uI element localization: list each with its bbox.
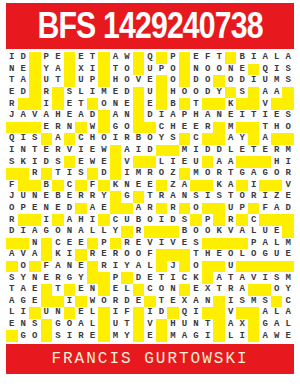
grid-cell: Y xyxy=(213,87,225,99)
grid-cell: D xyxy=(144,145,156,157)
grid-cell: S xyxy=(282,64,294,76)
grid-cell: R xyxy=(75,330,87,342)
grid-cell: A xyxy=(133,261,145,273)
grid-cell: T xyxy=(259,122,271,134)
grid-cell: Y xyxy=(121,261,133,273)
grid-cell-blocked xyxy=(248,64,260,76)
grid-cell: I xyxy=(144,307,156,319)
grid-cell-blocked xyxy=(179,52,191,64)
grid-cell-blocked xyxy=(179,168,191,180)
grid-cell-blocked xyxy=(179,203,191,215)
grid-cell-blocked xyxy=(87,98,99,110)
grid-cell: X xyxy=(75,64,87,76)
grid-cell: A xyxy=(259,133,271,145)
grid-cell: R xyxy=(121,133,133,145)
grid-cell: U xyxy=(41,75,53,87)
grid-cell-blocked xyxy=(75,249,87,261)
grid-cell: I xyxy=(202,330,214,342)
grid-cell: S xyxy=(259,296,271,308)
grid-cell: E xyxy=(52,203,64,215)
grid-cell-blocked xyxy=(248,261,260,273)
grid-cell: E xyxy=(110,284,122,296)
grid-cell-blocked xyxy=(98,110,110,122)
grid-cell: D xyxy=(6,226,18,238)
grid-cell-blocked xyxy=(6,168,18,180)
grid-cell: O xyxy=(18,261,30,273)
grid-cell: I xyxy=(133,145,145,157)
grid-cell: E xyxy=(98,203,110,215)
grid-cell: A xyxy=(225,180,237,192)
grid-cell: C xyxy=(248,214,260,226)
grid-cell: E xyxy=(282,191,294,203)
grid-cell: E xyxy=(98,249,110,261)
grid-cell: X xyxy=(179,296,191,308)
grid-cell-blocked xyxy=(156,330,168,342)
grid-cell: P xyxy=(179,110,191,122)
grid-cell: E xyxy=(133,296,145,308)
grid-cell: A xyxy=(179,330,191,342)
grid-cell-blocked xyxy=(213,203,225,215)
grid-cell-blocked xyxy=(52,98,64,110)
grid-cell: U xyxy=(144,64,156,76)
grid-cell-blocked xyxy=(133,110,145,122)
grid-cell: O xyxy=(213,64,225,76)
grid-cell: S xyxy=(64,87,76,99)
grid-cell-blocked xyxy=(202,238,214,250)
grid-cell-blocked xyxy=(6,261,18,273)
grid-cell-blocked xyxy=(98,284,110,296)
grid-cell-blocked xyxy=(18,122,30,134)
grid-cell-blocked xyxy=(29,52,41,64)
grid-cell: O xyxy=(121,64,133,76)
grid-cell-blocked xyxy=(133,191,145,203)
grid-cell-blocked xyxy=(133,307,145,319)
grid-cell: O xyxy=(98,133,110,145)
grid-cell: T xyxy=(225,168,237,180)
grid-cell: O xyxy=(190,203,202,215)
grid-cell: F xyxy=(87,180,99,192)
grid-cell: N xyxy=(18,319,30,331)
grid-cell: E xyxy=(41,122,53,134)
grid-cell: A xyxy=(75,319,87,331)
grid-cell-blocked xyxy=(133,87,145,99)
grid-cell: L xyxy=(236,249,248,261)
grid-cell-blocked xyxy=(29,98,41,110)
grid-cell: J xyxy=(6,110,18,122)
grid-cell: S xyxy=(52,156,64,168)
grid-cell: A xyxy=(75,226,87,238)
grid-cell: Y xyxy=(282,284,294,296)
grid-cell: I xyxy=(225,296,237,308)
grid-cell: H xyxy=(167,87,179,99)
grid-cell: A xyxy=(167,110,179,122)
grid-cell: T xyxy=(156,296,168,308)
grid-cell: E xyxy=(87,330,99,342)
grid-cell: E xyxy=(213,249,225,261)
grid-cell: E xyxy=(282,249,294,261)
grid-cell-blocked xyxy=(133,122,145,134)
grid-cell-blocked xyxy=(98,180,110,192)
grid-cell: E xyxy=(144,272,156,284)
grid-cell: L xyxy=(271,52,283,64)
grid-cell: S xyxy=(75,168,87,180)
grid-cell: R xyxy=(110,249,122,261)
grid-cell-blocked xyxy=(282,261,294,273)
grid-cell-blocked xyxy=(236,214,248,226)
grid-cell: E xyxy=(87,145,99,157)
grid-cell: D xyxy=(167,214,179,226)
grid-cell: O xyxy=(156,284,168,296)
grid-cell: A xyxy=(6,249,18,261)
grid-cell-blocked xyxy=(75,122,87,134)
grid-cell-blocked xyxy=(64,307,76,319)
grid-cell: O xyxy=(190,87,202,99)
grid-cell-blocked xyxy=(133,64,145,76)
grid-cell: O xyxy=(144,214,156,226)
grid-cell: D xyxy=(190,75,202,87)
grid-cell-blocked xyxy=(236,261,248,273)
grid-cell: V xyxy=(133,75,145,87)
grid-cell: C xyxy=(179,272,191,284)
grid-cell: I xyxy=(248,52,260,64)
grid-cell: G xyxy=(18,296,30,308)
grid-cell: S xyxy=(6,272,18,284)
grid-cell: T xyxy=(156,272,168,284)
grid-cell-blocked xyxy=(156,261,168,273)
grid-cell: S xyxy=(282,75,294,87)
grid-cell: E xyxy=(190,284,202,296)
grid-cell: O xyxy=(121,75,133,87)
grid-cell-blocked xyxy=(248,87,260,99)
grid-cell: D xyxy=(213,145,225,157)
grid-cell: Y xyxy=(98,191,110,203)
grid-cell-blocked xyxy=(213,261,225,273)
grid-cell: I xyxy=(6,145,18,157)
grid-cell-blocked xyxy=(98,330,110,342)
grid-cell: D xyxy=(64,203,76,215)
grid-cell: A xyxy=(6,296,18,308)
book-cover: BFS 1429240738 IDPEETAWQPEFTBIALANEYAXIT… xyxy=(0,0,300,388)
grid-cell: L xyxy=(271,238,283,250)
grid-cell: V xyxy=(282,180,294,192)
grid-cell-blocked xyxy=(179,98,191,110)
grid-cell: A xyxy=(29,226,41,238)
grid-cell: E xyxy=(64,98,76,110)
grid-cell: L xyxy=(144,261,156,273)
grid-cell: Q xyxy=(179,307,191,319)
grid-cell: A xyxy=(271,87,283,99)
grid-cell: D xyxy=(133,272,145,284)
grid-cell: R xyxy=(110,296,122,308)
grid-cell: U xyxy=(225,261,237,273)
grid-cell: E xyxy=(144,180,156,192)
grid-cell: O xyxy=(190,226,202,238)
grid-cell-blocked xyxy=(110,203,122,215)
grid-cell-blocked xyxy=(41,249,53,261)
grid-cell-blocked xyxy=(156,226,168,238)
grid-cell: I xyxy=(282,156,294,168)
grid-cell: M xyxy=(225,122,237,134)
grid-cell: X xyxy=(236,319,248,331)
grid-cell-blocked xyxy=(179,284,191,296)
grid-cell: U xyxy=(271,249,283,261)
grid-cell: R xyxy=(156,191,168,203)
grid-cell-blocked xyxy=(98,272,110,284)
grid-cell: O xyxy=(271,168,283,180)
grid-cell: U xyxy=(75,75,87,87)
grid-cell: D xyxy=(156,307,168,319)
grid-cell: E xyxy=(236,145,248,157)
grid-cell-blocked xyxy=(98,307,110,319)
grid-cell: N xyxy=(41,203,53,215)
grid-cell: I xyxy=(64,296,76,308)
grid-cell: W xyxy=(271,330,283,342)
grid-cell-blocked xyxy=(98,75,110,87)
grid-cell: V xyxy=(144,238,156,250)
grid-cell: O xyxy=(225,75,237,87)
grid-cell-blocked xyxy=(133,319,145,331)
grid-cell-blocked xyxy=(167,226,179,238)
grid-cell-blocked xyxy=(75,296,87,308)
grid-cell: U xyxy=(190,156,202,168)
grid-cell: H xyxy=(110,75,122,87)
grid-cell: I xyxy=(75,145,87,157)
grid-cell-blocked xyxy=(144,122,156,134)
grid-cell: I xyxy=(64,330,76,342)
grid-cell: A xyxy=(133,203,145,215)
grid-cell: O xyxy=(282,122,294,134)
grid-cell-blocked xyxy=(271,98,283,110)
grid-cell: A xyxy=(64,214,76,226)
grid-cell: O xyxy=(133,249,145,261)
grid-cell-blocked xyxy=(248,133,260,145)
grid-cell: V xyxy=(225,307,237,319)
grid-cell: T xyxy=(225,191,237,203)
grid-cell: E xyxy=(18,64,30,76)
grid-cell: A xyxy=(259,87,271,99)
grid-cell: R xyxy=(98,261,110,273)
grid-cell-blocked xyxy=(213,214,225,226)
grid-cell-blocked xyxy=(179,64,191,76)
grid-cell: A xyxy=(18,75,30,87)
grid-cell: E xyxy=(75,156,87,168)
grid-cell: B xyxy=(52,191,64,203)
grid-cell-blocked xyxy=(213,330,225,342)
grid-cell: A xyxy=(190,296,202,308)
grid-cell-blocked xyxy=(202,203,214,215)
grid-cell: A xyxy=(213,272,225,284)
grid-cell: M xyxy=(282,238,294,250)
grid-cell-blocked xyxy=(282,133,294,145)
grid-cell-blocked xyxy=(156,87,168,99)
grid-cell: G xyxy=(52,319,64,331)
grid-cell-blocked xyxy=(202,133,214,145)
grid-cell: R xyxy=(52,272,64,284)
grid-cell-blocked xyxy=(18,238,30,250)
grid-cell-blocked xyxy=(156,249,168,261)
grid-cell: R xyxy=(87,191,99,203)
grid-cell-blocked xyxy=(248,307,260,319)
grid-cell-blocked xyxy=(271,214,283,226)
grid-cell: S xyxy=(236,296,248,308)
grid-cell: V xyxy=(144,319,156,331)
grid-cell: A xyxy=(167,191,179,203)
grid-cell-blocked xyxy=(41,133,53,145)
grid-cell-blocked xyxy=(156,98,168,110)
grid-cell-blocked xyxy=(144,226,156,238)
grid-cell: Z xyxy=(271,191,283,203)
grid-cell: T xyxy=(87,52,99,64)
puzzle-grid: IDPEETAWQPEFTBIALANEYAXITOUPONOONEQISTAU… xyxy=(6,52,294,342)
grid-cell: R xyxy=(271,145,283,157)
grid-cell: A xyxy=(29,249,41,261)
grid-cell: K xyxy=(190,272,202,284)
grid-cell: O xyxy=(167,75,179,87)
grid-cell: D xyxy=(121,87,133,99)
grid-cell: I xyxy=(121,168,133,180)
grid-cell: Y xyxy=(18,272,30,284)
grid-cell: R xyxy=(282,168,294,180)
grid-cell: R xyxy=(52,145,64,157)
grid-cell: M xyxy=(110,330,122,342)
grid-cell: L xyxy=(271,307,283,319)
grid-cell-blocked xyxy=(236,98,248,110)
grid-cell-blocked xyxy=(167,307,179,319)
grid-cell: A xyxy=(236,284,248,296)
grid-cell: I xyxy=(248,180,260,192)
grid-cell: E xyxy=(75,52,87,64)
grid-cell: Q xyxy=(6,133,18,145)
grid-cell: R xyxy=(225,214,237,226)
grid-cell: E xyxy=(29,203,41,215)
grid-cell: M xyxy=(167,330,179,342)
grid-cell: E xyxy=(144,330,156,342)
grid-cell: L xyxy=(225,145,237,157)
grid-cell: A xyxy=(110,52,122,64)
grid-cell-blocked xyxy=(236,122,248,134)
grid-cell: S xyxy=(236,87,248,99)
grid-cell: R xyxy=(133,226,145,238)
grid-cell: E xyxy=(98,156,110,168)
grid-cell: G xyxy=(121,191,133,203)
grid-cell: S xyxy=(29,319,41,331)
grid-cell: F xyxy=(6,180,18,192)
grid-cell: O xyxy=(121,122,133,134)
grid-cell: E xyxy=(225,110,237,122)
grid-cell: I xyxy=(18,307,30,319)
grid-cell: N xyxy=(18,145,30,157)
grid-cell-blocked xyxy=(52,87,64,99)
grid-cell-blocked xyxy=(87,261,99,273)
grid-cell-blocked xyxy=(87,272,99,284)
grid-cell: P xyxy=(156,64,168,76)
grid-cell-blocked xyxy=(282,87,294,99)
grid-cell-blocked xyxy=(98,319,110,331)
grid-cell-blocked xyxy=(18,180,30,192)
grid-cell: P xyxy=(110,272,122,284)
grid-cell: O xyxy=(144,133,156,145)
grid-cell-blocked xyxy=(271,180,283,192)
grid-cell: D xyxy=(144,110,156,122)
grid-cell: N xyxy=(29,238,41,250)
grid-cell-blocked xyxy=(41,319,53,331)
grid-cell: O xyxy=(202,168,214,180)
grid-cell: O xyxy=(202,64,214,76)
grid-cell-blocked xyxy=(41,284,53,296)
grid-cell: I xyxy=(87,214,99,226)
grid-cell: U xyxy=(259,226,271,238)
grid-cell: K xyxy=(213,226,225,238)
grid-cell: O xyxy=(6,203,18,215)
grid-cell-blocked xyxy=(202,156,214,168)
grid-cell: I xyxy=(110,307,122,319)
grid-cell: A xyxy=(52,64,64,76)
grid-cell: O xyxy=(202,226,214,238)
grid-cell: W xyxy=(98,145,110,157)
grid-cell-blocked xyxy=(41,168,53,180)
grid-cell-blocked xyxy=(52,296,64,308)
grid-cell: U xyxy=(110,319,122,331)
grid-cell: R xyxy=(29,168,41,180)
grid-cell: E xyxy=(179,238,191,250)
grid-cell: A xyxy=(236,226,248,238)
grid-cell: C xyxy=(64,180,76,192)
grid-cell: T xyxy=(213,52,225,64)
title-banner: BFS 1429240738 xyxy=(6,3,294,49)
grid-cell: B xyxy=(179,226,191,238)
grid-cell: T xyxy=(6,284,18,296)
grid-cell: T xyxy=(110,64,122,76)
grid-cell: E xyxy=(179,122,191,134)
grid-cell: O xyxy=(236,191,248,203)
grid-cell: M xyxy=(179,145,191,157)
grid-cell: T xyxy=(52,168,64,180)
grid-cell-blocked xyxy=(271,133,283,145)
grid-cell: N xyxy=(121,110,133,122)
grid-cell: Z xyxy=(167,180,179,192)
grid-cell: N xyxy=(190,319,202,331)
grid-cell: R xyxy=(202,122,214,134)
grid-cell: R xyxy=(121,238,133,250)
grid-cell: D xyxy=(18,52,30,64)
grid-cell: D xyxy=(87,110,99,122)
grid-cell-blocked xyxy=(52,180,64,192)
grid-cell: O xyxy=(29,330,41,342)
grid-cell: F xyxy=(121,307,133,319)
grid-cell: E xyxy=(64,110,76,122)
grid-cell: R xyxy=(87,249,99,261)
grid-cell: C xyxy=(144,284,156,296)
grid-cell-blocked xyxy=(110,238,122,250)
grid-cell: E xyxy=(6,87,18,99)
grid-cell: A xyxy=(259,52,271,64)
grid-cell-blocked xyxy=(213,133,225,145)
grid-cell: V xyxy=(225,226,237,238)
grid-cell: O xyxy=(179,87,191,99)
grid-cell: O xyxy=(248,249,260,261)
grid-cell: Y xyxy=(41,64,53,76)
grid-cell: N xyxy=(225,64,237,76)
grid-cell: I xyxy=(156,214,168,226)
grid-cell: I xyxy=(6,52,18,64)
grid-cell: F xyxy=(144,249,156,261)
grid-cell: U xyxy=(225,203,237,215)
grid-cell: J xyxy=(6,191,18,203)
grid-cell-blocked xyxy=(98,64,110,76)
grid-cell: V xyxy=(167,238,179,250)
grid-cell: L xyxy=(98,226,110,238)
grid-cell: I xyxy=(110,133,122,145)
